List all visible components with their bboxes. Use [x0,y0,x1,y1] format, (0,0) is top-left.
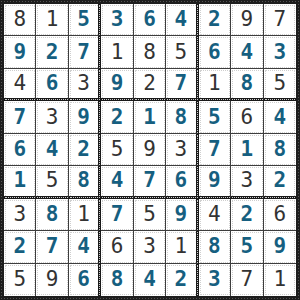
digit-given: 2 [77,139,90,160]
cell-r9c9[interactable]: 1 [264,264,296,296]
digit-given: 8 [208,236,221,257]
cell-r9c5[interactable]: 4 [134,264,166,296]
digit-given: 5 [77,9,90,30]
sudoku-board: 8153642979271856434639271857392185646425… [0,0,300,300]
cell-r7c5[interactable]: 5 [134,199,166,231]
cell-r6c1[interactable]: 1 [4,166,36,198]
cell-r7c4[interactable]: 7 [101,199,133,231]
digit-given: 6 [143,9,156,30]
digit-solved: 3 [77,73,90,94]
digit-solved: 9 [143,139,156,160]
digit-solved: 4 [13,73,26,94]
digit-solved: 5 [143,204,156,225]
cell-r9c6[interactable]: 2 [166,264,198,296]
digit-given: 7 [77,42,90,63]
cell-r5c2[interactable]: 4 [36,134,68,166]
digit-solved: 4 [208,204,221,225]
cell-r1c4[interactable]: 3 [101,4,133,36]
digit-given: 3 [273,42,286,63]
digit-given: 5 [241,236,254,257]
digit-given: 6 [175,170,188,191]
cell-r2c4[interactable]: 1 [101,36,133,68]
cell-r9c7[interactable]: 3 [199,264,231,296]
cell-r2c5[interactable]: 8 [134,36,166,68]
cell-r6c2[interactable]: 5 [36,166,68,198]
cell-r3c6[interactable]: 7 [166,69,198,101]
cell-r8c6[interactable]: 1 [166,231,198,263]
cell-r6c6[interactable]: 6 [166,166,198,198]
digit-solved: 5 [111,139,124,160]
digit-given: 7 [46,236,59,257]
cell-r3c9[interactable]: 5 [264,69,296,101]
cell-r4c8[interactable]: 6 [231,101,263,133]
cell-r8c8[interactable]: 5 [231,231,263,263]
cell-r5c7[interactable]: 7 [199,134,231,166]
cell-r5c3[interactable]: 2 [69,134,101,166]
cell-r9c1[interactable]: 5 [4,264,36,296]
cell-r2c1[interactable]: 9 [4,36,36,68]
digit-solved: 5 [273,73,286,94]
cell-r9c4[interactable]: 8 [101,264,133,296]
cell-r3c2[interactable]: 6 [36,69,68,101]
digit-given: 1 [143,107,156,128]
cell-r4c4[interactable]: 2 [101,101,133,133]
cell-r5c4[interactable]: 5 [101,134,133,166]
cell-r6c5[interactable]: 7 [134,166,166,198]
digit-given: 4 [77,236,90,257]
sudoku-grid: 8153642979271856434639271857392185646425… [4,4,296,296]
digit-given: 5 [208,107,221,128]
digit-given: 7 [111,204,124,225]
digit-given: 9 [77,107,90,128]
digit-solved: 3 [46,107,59,128]
cell-r3c4[interactable]: 9 [101,69,133,101]
cell-r2c9[interactable]: 3 [264,36,296,68]
cell-r7c1[interactable]: 3 [4,199,36,231]
digit-solved: 2 [143,73,156,94]
digit-solved: 7 [241,269,254,290]
digit-given: 8 [241,73,254,94]
cell-r1c5[interactable]: 6 [134,4,166,36]
digit-given: 1 [241,139,254,160]
digit-given: 2 [175,269,188,290]
digit-given: 2 [241,204,254,225]
digit-solved: 1 [273,269,286,290]
digit-given: 9 [13,42,26,63]
cell-r3c7[interactable]: 1 [199,69,231,101]
cell-r2c2[interactable]: 2 [36,36,68,68]
cell-r3c3[interactable]: 3 [69,69,101,101]
cell-r3c5[interactable]: 2 [134,69,166,101]
digit-given: 2 [273,170,286,191]
digit-solved: 3 [143,236,156,257]
digit-given: 1 [13,170,26,191]
digit-solved: 3 [13,204,26,225]
digit-given: 4 [46,139,59,160]
digit-given: 7 [175,73,188,94]
digit-solved: 5 [13,269,26,290]
cell-r6c4[interactable]: 4 [101,166,133,198]
digit-solved: 7 [273,9,286,30]
cell-r5c9[interactable]: 8 [264,134,296,166]
cell-r4c6[interactable]: 8 [166,101,198,133]
digit-given: 6 [77,269,90,290]
digit-given: 4 [111,170,124,191]
digit-given: 2 [13,236,26,257]
cell-r8c9[interactable]: 9 [264,231,296,263]
cell-r8c7[interactable]: 8 [199,231,231,263]
digit-solved: 5 [175,42,188,63]
digit-given: 9 [208,170,221,191]
digit-given: 7 [13,107,26,128]
digit-given: 9 [273,236,286,257]
cell-r4c5[interactable]: 1 [134,101,166,133]
digit-given: 8 [77,170,90,191]
digit-given: 2 [208,9,221,30]
cell-r7c2[interactable]: 8 [36,199,68,231]
cell-r1c2[interactable]: 1 [36,4,68,36]
digit-solved: 3 [175,139,188,160]
cell-r8c2[interactable]: 7 [36,231,68,263]
digit-given: 3 [208,269,221,290]
digit-given: 7 [208,139,221,160]
digit-solved: 5 [46,170,59,191]
digit-given: 4 [175,9,188,30]
cell-r7c3[interactable]: 1 [69,199,101,231]
cell-r4c9[interactable]: 4 [264,101,296,133]
digit-solved: 3 [241,170,254,191]
cell-r1c1[interactable]: 8 [4,4,36,36]
cell-r4c7[interactable]: 5 [199,101,231,133]
digit-solved: 1 [175,236,188,257]
cell-r9c8[interactable]: 7 [231,264,263,296]
cell-r7c6[interactable]: 9 [166,199,198,231]
digit-given: 9 [175,204,188,225]
digit-solved: 6 [111,236,124,257]
digit-solved: 9 [46,269,59,290]
digit-given: 8 [46,204,59,225]
digit-given: 4 [273,107,286,128]
cell-r8c1[interactable]: 2 [4,231,36,263]
digit-given: 8 [111,269,124,290]
digit-given: 4 [241,42,254,63]
cell-r7c9[interactable]: 6 [264,199,296,231]
digit-solved: 6 [273,204,286,225]
cell-r6c9[interactable]: 2 [264,166,296,198]
digit-given: 2 [46,42,59,63]
cell-r8c3[interactable]: 4 [69,231,101,263]
digit-solved: 8 [143,42,156,63]
cell-r7c7[interactable]: 4 [199,199,231,231]
digit-given: 6 [46,73,59,94]
digit-given: 8 [175,107,188,128]
cell-r1c9[interactable]: 7 [264,4,296,36]
cell-r9c3[interactable]: 6 [69,264,101,296]
digit-given: 8 [273,139,286,160]
digit-given: 3 [111,9,124,30]
cell-r4c3[interactable]: 9 [69,101,101,133]
cell-r1c6[interactable]: 4 [166,4,198,36]
cell-r3c1[interactable]: 4 [4,69,36,101]
cell-r5c1[interactable]: 6 [4,134,36,166]
digit-given: 9 [111,73,124,94]
digit-solved: 1 [111,42,124,63]
digit-solved: 9 [241,9,254,30]
digit-solved: 1 [46,9,59,30]
cell-r6c7[interactable]: 9 [199,166,231,198]
digit-given: 4 [143,269,156,290]
cell-r5c6[interactable]: 3 [166,134,198,166]
cell-r4c2[interactable]: 3 [36,101,68,133]
cell-r1c3[interactable]: 5 [69,4,101,36]
cell-r2c8[interactable]: 4 [231,36,263,68]
cell-r5c5[interactable]: 9 [134,134,166,166]
cell-r2c6[interactable]: 5 [166,36,198,68]
cell-r8c5[interactable]: 3 [134,231,166,263]
cell-r6c3[interactable]: 8 [69,166,101,198]
digit-given: 6 [208,42,221,63]
cell-r5c8[interactable]: 1 [231,134,263,166]
cell-r3c8[interactable]: 8 [231,69,263,101]
cell-r2c3[interactable]: 7 [69,36,101,68]
cell-r9c2[interactable]: 9 [36,264,68,296]
digit-solved: 1 [208,73,221,94]
cell-r1c8[interactable]: 9 [231,4,263,36]
cell-r1c7[interactable]: 2 [199,4,231,36]
digit-solved: 8 [13,9,26,30]
digit-solved: 6 [241,107,254,128]
digit-solved: 1 [77,204,90,225]
cell-r7c8[interactable]: 2 [231,199,263,231]
cell-r8c4[interactable]: 6 [101,231,133,263]
cell-r4c1[interactable]: 7 [4,101,36,133]
digit-given: 2 [111,107,124,128]
digit-given: 7 [143,170,156,191]
digit-given: 6 [13,139,26,160]
cell-r2c7[interactable]: 6 [199,36,231,68]
cell-r6c8[interactable]: 3 [231,166,263,198]
